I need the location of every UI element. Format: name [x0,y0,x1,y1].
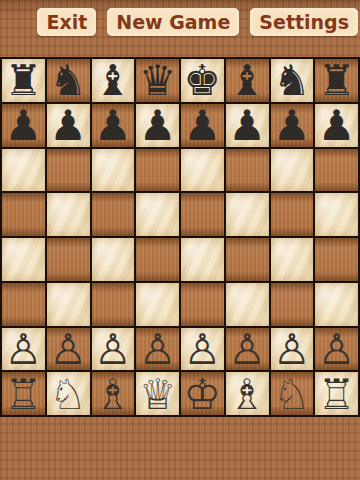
piece-white-rook: ♖ [5,374,43,415]
app-screen: Exit New Game Settings ♜♞♝♛♚♝♞♜♟♟♟♟♟♟♟♟♙… [0,0,360,480]
square-g3[interactable] [271,283,314,326]
square-f8[interactable]: ♝ [226,59,269,102]
square-c7[interactable]: ♟ [92,104,135,147]
square-c5[interactable] [92,193,135,236]
square-h2[interactable]: ♙ [315,328,358,371]
piece-black-pawn: ♟ [5,105,43,146]
piece-white-pawn: ♙ [318,329,356,370]
piece-white-knight: ♘ [273,374,311,415]
square-f7[interactable]: ♟ [226,104,269,147]
piece-black-bishop: ♝ [228,60,266,101]
piece-black-pawn: ♟ [318,105,356,146]
square-e1[interactable]: ♔ [181,372,224,415]
piece-white-pawn: ♙ [139,329,177,370]
square-d3[interactable] [136,283,179,326]
square-b2[interactable]: ♙ [47,328,90,371]
square-b3[interactable] [47,283,90,326]
piece-black-pawn: ♟ [184,105,222,146]
square-e4[interactable] [181,238,224,281]
piece-black-rook: ♜ [5,60,43,101]
square-f5[interactable] [226,193,269,236]
piece-white-pawn: ♙ [228,329,266,370]
piece-white-bishop: ♗ [94,374,132,415]
piece-black-pawn: ♟ [139,105,177,146]
settings-button[interactable]: Settings [250,8,358,36]
piece-white-king: ♔ [184,374,222,415]
square-b4[interactable] [47,238,90,281]
square-g1[interactable]: ♘ [271,372,314,415]
square-e7[interactable]: ♟ [181,104,224,147]
piece-black-rook: ♜ [318,60,356,101]
square-c3[interactable] [92,283,135,326]
wood-footer [0,417,360,480]
square-a3[interactable] [2,283,45,326]
piece-white-queen: ♕ [139,374,177,415]
square-a8[interactable]: ♜ [2,59,45,102]
square-d5[interactable] [136,193,179,236]
square-a4[interactable] [2,238,45,281]
square-b1[interactable]: ♘ [47,372,90,415]
piece-white-pawn: ♙ [184,329,222,370]
square-c1[interactable]: ♗ [92,372,135,415]
square-f6[interactable] [226,149,269,192]
square-h4[interactable] [315,238,358,281]
square-g8[interactable]: ♞ [271,59,314,102]
square-e5[interactable] [181,193,224,236]
square-h3[interactable] [315,283,358,326]
square-g4[interactable] [271,238,314,281]
square-b8[interactable]: ♞ [47,59,90,102]
piece-black-bishop: ♝ [94,60,132,101]
square-a1[interactable]: ♖ [2,372,45,415]
new-game-button[interactable]: New Game [107,8,239,36]
piece-black-queen: ♛ [139,60,177,101]
square-h8[interactable]: ♜ [315,59,358,102]
piece-black-pawn: ♟ [94,105,132,146]
toolbar: Exit New Game Settings [0,0,360,57]
square-a7[interactable]: ♟ [2,104,45,147]
piece-black-king: ♚ [184,60,222,101]
square-g2[interactable]: ♙ [271,328,314,371]
square-a2[interactable]: ♙ [2,328,45,371]
square-d7[interactable]: ♟ [136,104,179,147]
square-a5[interactable] [2,193,45,236]
piece-white-pawn: ♙ [5,329,43,370]
square-d2[interactable]: ♙ [136,328,179,371]
square-d6[interactable] [136,149,179,192]
square-b7[interactable]: ♟ [47,104,90,147]
piece-white-knight: ♘ [49,374,87,415]
square-d1[interactable]: ♕ [136,372,179,415]
square-e3[interactable] [181,283,224,326]
piece-white-rook: ♖ [318,374,356,415]
square-d4[interactable] [136,238,179,281]
piece-white-bishop: ♗ [228,374,266,415]
square-h5[interactable] [315,193,358,236]
piece-black-pawn: ♟ [49,105,87,146]
square-g5[interactable] [271,193,314,236]
square-f1[interactable]: ♗ [226,372,269,415]
square-c4[interactable] [92,238,135,281]
square-h6[interactable] [315,149,358,192]
square-f2[interactable]: ♙ [226,328,269,371]
square-f3[interactable] [226,283,269,326]
piece-black-knight: ♞ [49,60,87,101]
square-d8[interactable]: ♛ [136,59,179,102]
piece-black-pawn: ♟ [273,105,311,146]
piece-black-pawn: ♟ [228,105,266,146]
square-c6[interactable] [92,149,135,192]
piece-white-pawn: ♙ [273,329,311,370]
piece-white-pawn: ♙ [49,329,87,370]
square-f4[interactable] [226,238,269,281]
square-c2[interactable]: ♙ [92,328,135,371]
square-h1[interactable]: ♖ [315,372,358,415]
square-b5[interactable] [47,193,90,236]
square-a6[interactable] [2,149,45,192]
piece-white-pawn: ♙ [94,329,132,370]
square-h7[interactable]: ♟ [315,104,358,147]
square-e2[interactable]: ♙ [181,328,224,371]
square-b6[interactable] [47,149,90,192]
piece-black-knight: ♞ [273,60,311,101]
square-g6[interactable] [271,149,314,192]
square-c8[interactable]: ♝ [92,59,135,102]
chessboard: ♜♞♝♛♚♝♞♜♟♟♟♟♟♟♟♟♙♙♙♙♙♙♙♙♖♘♗♕♔♗♘♖ [0,57,360,417]
square-g7[interactable]: ♟ [271,104,314,147]
square-e8[interactable]: ♚ [181,59,224,102]
square-e6[interactable] [181,149,224,192]
exit-button[interactable]: Exit [37,8,96,36]
